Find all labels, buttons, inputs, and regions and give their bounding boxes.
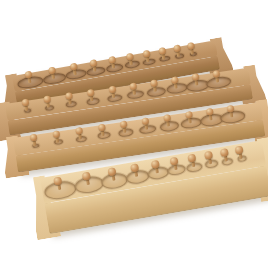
cylinder-knob	[21, 99, 29, 107]
cylinder-knob	[220, 148, 229, 157]
cylinder-knob	[205, 108, 213, 116]
cylinder-blocks-photo	[0, 0, 268, 268]
cylinder-knob	[235, 146, 244, 155]
cylinder-socket	[147, 166, 170, 181]
cylinder-knob	[69, 62, 77, 70]
cylinder-knob	[48, 66, 56, 74]
cylinder-knob	[108, 86, 116, 94]
cylinder-socket	[167, 164, 186, 177]
cylinder-knob	[65, 92, 73, 100]
cylinder-knob	[75, 127, 83, 135]
cylinder-knob	[173, 44, 181, 52]
cylinder-knob	[204, 151, 213, 160]
cylinder-knob	[43, 96, 51, 104]
cylinder-knob	[125, 53, 133, 61]
cylinder-knob	[29, 134, 37, 142]
cylinder-knob	[226, 105, 234, 113]
cylinder-knob	[141, 117, 149, 125]
cylinder-knob	[186, 42, 194, 50]
cylinder-knob	[52, 130, 60, 138]
cylinder-knob	[97, 124, 105, 132]
cylinder-knob	[24, 70, 32, 78]
cylinder-knob	[142, 50, 150, 58]
cylinder-knob	[163, 114, 171, 122]
cylinder-knob	[89, 59, 97, 67]
cylinder-knob	[158, 47, 166, 55]
cylinder-knob	[108, 56, 116, 64]
cylinder-knob	[86, 89, 94, 97]
cylinder-knob	[119, 120, 127, 128]
cylinder-socket	[186, 161, 203, 173]
cylinder-knob	[129, 83, 137, 91]
cylinder-knob	[185, 111, 193, 119]
